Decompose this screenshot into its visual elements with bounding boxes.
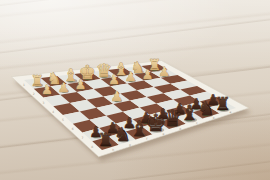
white-pawn-h2[interactable]: ♟ [41,82,52,97]
white-pawn-icon: ♟ [111,88,123,104]
rank-label-5: 5 [62,118,64,122]
black-rook-a8[interactable]: ♜ [215,94,231,114]
white-pawn-icon: ♟ [58,80,69,95]
rank-label-2: 2 [33,92,35,96]
black-bishop-icon: ♝ [180,101,199,125]
white-pawn-icon: ♟ [41,82,52,97]
black-knight-g8[interactable]: ♞ [114,123,131,146]
black-rook-h8[interactable]: ♜ [98,130,114,150]
rank-label-3: 3 [43,101,45,105]
black-bishop-f8[interactable]: ♝ [130,117,149,141]
white-pawn-d2[interactable]: ♟ [108,72,119,87]
black-knight-icon: ♞ [197,97,214,120]
white-pawn-a2[interactable]: ♟ [159,64,170,79]
rank-label-7: 7 [82,136,84,140]
white-pawn-e4[interactable]: ♟ [111,88,123,104]
white-pawn-c2[interactable]: ♟ [125,69,136,84]
rank-label-8: 8 [91,145,93,149]
chessboard: hgfedcba12345678♜♞♝♛♚♝♞♜♟♟♟♟♟♟♟♟♟♟♟♟♟♟♟♟… [0,0,270,180]
wood-floor: hgfedcba12345678♜♞♝♛♚♝♞♜♟♟♟♟♟♟♟♟♟♟♟♟♟♟♟♟… [0,0,270,180]
rank-label-4: 4 [52,110,54,114]
rank-label-1: 1 [23,83,25,87]
white-pawn-b2[interactable]: ♟ [142,67,153,82]
rank-label-6: 6 [72,127,74,131]
white-pawn-g2[interactable]: ♟ [58,80,69,95]
black-knight-b8[interactable]: ♞ [197,97,214,120]
white-pawn-icon: ♟ [125,69,136,84]
black-rook-icon: ♜ [98,130,114,150]
black-bishop-c8[interactable]: ♝ [180,101,199,125]
white-pawn-icon: ♟ [108,72,119,87]
white-pawn-f2[interactable]: ♟ [75,77,86,92]
black-knight-icon: ♞ [114,123,131,146]
black-bishop-icon: ♝ [130,117,149,141]
white-pawn-icon: ♟ [159,64,170,79]
white-pawn-icon: ♟ [142,67,153,82]
black-rook-icon: ♜ [215,94,231,114]
white-pawn-icon: ♟ [75,77,86,92]
